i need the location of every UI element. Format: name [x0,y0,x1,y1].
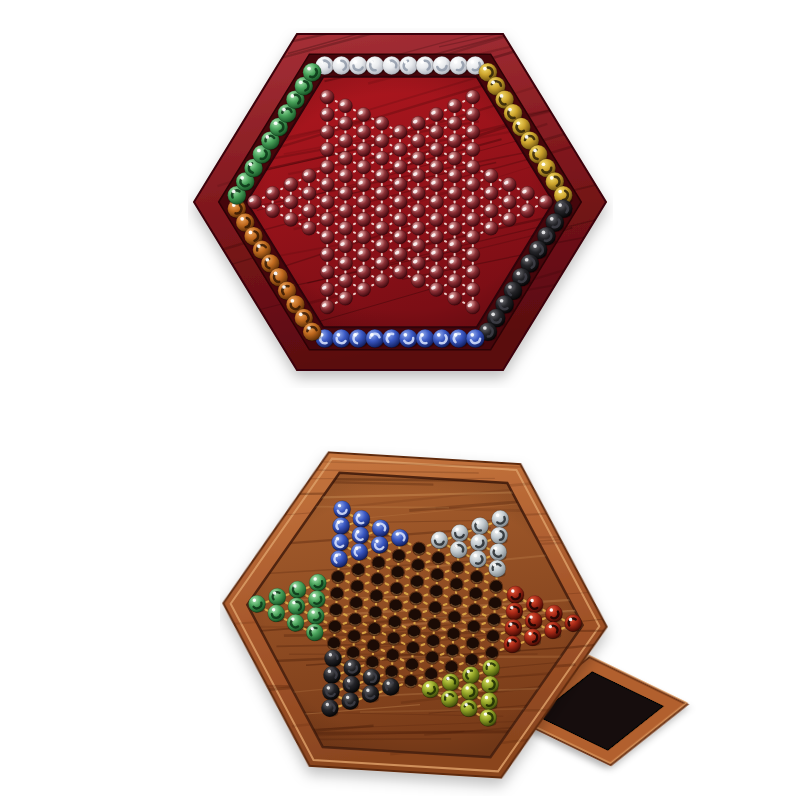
peg-hole-c8r3 [375,151,389,165]
peg-hole-c15r2 [502,195,516,209]
peg-hole-c12r4 [448,151,462,165]
hole-c9r7 [406,641,420,655]
hole-c6r7 [348,613,362,627]
peg-hole-c4r1 [302,169,316,183]
peg-hole-c6r1 [338,99,352,113]
peg-hole-c8r8 [375,239,389,253]
peg-hole-c7r10 [357,265,371,279]
peg-hole-c5r11 [320,265,334,279]
hole-c9r9 [404,674,418,688]
peg-hole-c12r6 [448,186,462,200]
peg-hole-c14r2 [484,186,498,200]
peg-hole-c5r10 [320,248,334,262]
hole-c10r8 [425,651,439,665]
peg-hole-c9r8 [393,248,407,262]
hole-c9r4 [409,591,423,605]
peg-hole-c8r5 [375,186,389,200]
peg-hole-c13r5 [466,160,480,174]
hole-c8r9 [385,665,399,679]
peg-hole-c12r10 [448,256,462,270]
peg-hole-c9r2 [393,143,407,157]
peg-hole-c13r10 [466,248,480,262]
peg-hole-c6r7 [338,204,352,218]
hole-c5r9 [327,636,341,650]
peg-hole-c7r1 [357,108,371,122]
marble-white [366,56,384,74]
marble-white [449,56,467,74]
hole-c9r8 [405,658,419,672]
hole-c11r9 [444,660,458,674]
peg-hole-c3r2 [284,195,298,209]
peg-hole-c11r9 [429,248,443,262]
peg-hole-c5r7 [320,195,334,209]
peg-hole-c11r3 [429,143,443,157]
peg-hole-c6r5 [338,169,352,183]
peg-hole-c11r7 [429,213,443,227]
hole-c10r3 [430,568,444,582]
peg-hole-c16r1 [520,186,534,200]
marble-blue [366,329,384,347]
peg-hole-c6r8 [338,221,352,235]
peg-hole-c5r2 [320,108,334,122]
peg-hole-c7r6 [357,195,371,209]
peg-hole-c4r4 [302,221,316,235]
peg-hole-c6r4 [338,151,352,165]
peg-hole-c5r5 [320,160,334,174]
peg-hole-c6r2 [338,116,352,130]
peg-hole-c6r9 [338,239,352,253]
peg-hole-c13r3 [466,125,480,139]
hole-c5r6 [330,587,344,601]
peg-hole-c5r13 [320,300,334,314]
peg-hole-c8r9 [375,256,389,270]
hole-c13r7 [487,613,501,627]
peg-hole-c10r1 [411,116,425,130]
peg-hole-c11r1 [429,108,443,122]
peg-hole-c9r6 [393,213,407,227]
peg-hole-c12r2 [448,116,462,130]
hole-c11r4 [450,577,464,591]
peg-hole-c4r2 [302,186,316,200]
peg-hole-c8r2 [375,134,389,148]
marble-blue [399,329,417,347]
peg-hole-c7r5 [357,178,371,192]
peg-hole-c9r5 [393,195,407,209]
hole-c6r4 [351,563,365,577]
hole-c11r3 [451,561,465,575]
peg-hole-c5r12 [320,283,334,297]
peg-hole-c9r9 [393,265,407,279]
hole-c12r5 [469,587,483,601]
marble-white [349,56,367,74]
hole-c12r6 [468,603,482,617]
marble-orange [303,323,321,341]
marble-blue [433,329,451,347]
peg-hole-c13r12 [466,283,480,297]
peg-hole-c13r13 [466,300,480,314]
peg-hole-c12r1 [448,99,462,113]
hole-c9r5 [408,608,422,622]
peg-hole-c11r5 [429,178,443,192]
peg-hole-c13r9 [466,230,480,244]
peg-hole-c6r11 [338,274,352,288]
hole-c9r2 [411,558,425,572]
hole-c13r5 [489,580,503,594]
peg-hole-c11r10 [429,265,443,279]
marble-blue [416,329,434,347]
peg-hole-c5r1 [320,90,334,104]
peg-hole-c2r2 [266,204,280,218]
peg-hole-c8r7 [375,221,389,235]
hole-c10r6 [427,618,441,632]
peg-hole-c12r12 [448,291,462,305]
marble-white [399,56,417,74]
marble-blue [382,329,400,347]
peg-hole-c12r5 [448,169,462,183]
peg-hole-c14r4 [484,221,498,235]
peg-hole-c9r3 [393,160,407,174]
peg-hole-c13r1 [466,90,480,104]
hole-c5r8 [328,620,342,634]
peg-hole-c14r3 [484,204,498,218]
peg-hole-c10r4 [411,169,425,183]
hole-c12r9 [465,653,479,667]
peg-hole-c6r12 [338,291,352,305]
hole-c13r6 [488,596,502,610]
peg-hole-c10r2 [411,134,425,148]
hole-c10r5 [428,601,442,615]
marble-white [416,56,434,74]
peg-hole-c13r7 [466,195,480,209]
peg-hole-c10r10 [411,274,425,288]
hole-c8r8 [386,648,400,662]
peg-hole-c16r2 [520,204,534,218]
hole-c12r8 [466,636,480,650]
hole-c10r4 [429,584,443,598]
marble-blue [466,329,484,347]
hole-c6r8 [347,629,361,643]
hole-c5r7 [329,603,343,617]
peg-hole-c13r2 [466,108,480,122]
hole-c6r5 [350,580,364,594]
peg-hole-c5r9 [320,230,334,244]
peg-hole-c1r1 [247,195,261,209]
peg-hole-c7r2 [357,125,371,139]
hole-c5r5 [331,570,345,584]
peg-hole-c10r5 [411,186,425,200]
hole-c11r6 [448,610,462,624]
hole-c7r7 [367,622,381,636]
peg-hole-c7r11 [357,283,371,297]
hole-c7r9 [365,655,379,669]
hole-c12r7 [467,620,481,634]
peg-hole-c15r1 [502,178,516,192]
peg-hole-c10r3 [411,151,425,165]
hole-c8r3 [391,565,405,579]
peg-hole-c8r1 [375,116,389,130]
hole-c7r8 [366,639,380,653]
peg-hole-c9r1 [393,125,407,139]
peg-hole-c12r9 [448,239,462,253]
board-bottom-rosewood [220,446,700,796]
peg-hole-c5r4 [320,143,334,157]
peg-hole-c4r3 [302,204,316,218]
hole-c12r4 [470,570,484,584]
peg-hole-c10r9 [411,256,425,270]
marble-blue [349,329,367,347]
peg-hole-c3r1 [284,178,298,192]
peg-hole-c12r8 [448,221,462,235]
hole-c8r4 [390,582,404,596]
hole-c6r9 [346,646,360,660]
marble-white [433,56,451,74]
hole-c7r4 [371,572,385,586]
marble-white [332,56,350,74]
peg-hole-c11r8 [429,230,443,244]
peg-hole-c2r1 [266,186,280,200]
peg-hole-c8r4 [375,169,389,183]
peg-hole-c10r6 [411,204,425,218]
peg-hole-c8r6 [375,204,389,218]
peg-hole-c11r11 [429,283,443,297]
hole-c7r5 [369,589,383,603]
hole-c10r9 [424,667,438,681]
peg-hole-c15r3 [502,213,516,227]
hole-c9r6 [407,625,421,639]
hole-c6r6 [349,596,363,610]
peg-hole-c13r6 [466,178,480,192]
peg-hole-c12r11 [448,274,462,288]
hole-c10r7 [426,634,440,648]
hole-c7r3 [372,556,386,570]
peg-hole-c3r3 [284,213,298,227]
marble-blue [449,329,467,347]
hole-c10r2 [431,551,445,565]
peg-hole-c6r10 [338,256,352,270]
hole-c13r9 [485,646,499,660]
peg-hole-c5r3 [320,125,334,139]
peg-hole-c11r4 [429,160,443,174]
hole-c13r8 [486,629,500,643]
peg-hole-c6r3 [338,134,352,148]
peg-hole-c9r4 [393,178,407,192]
peg-hole-c10r7 [411,221,425,235]
peg-hole-c7r4 [357,160,371,174]
peg-hole-c17r1 [539,195,553,209]
peg-hole-c5r6 [320,178,334,192]
peg-hole-c13r8 [466,213,480,227]
board-top [188,28,613,370]
hole-c11r5 [449,594,463,608]
peg-hole-c8r10 [375,274,389,288]
peg-hole-c13r4 [466,143,480,157]
peg-hole-c12r7 [448,204,462,218]
marble-blue [332,329,350,347]
peg-hole-c12r3 [448,134,462,148]
peg-hole-c7r3 [357,143,371,157]
peg-hole-c6r6 [338,186,352,200]
peg-hole-c14r1 [484,169,498,183]
marble-green [303,63,321,81]
hole-c8r7 [387,632,401,646]
hole-c11r7 [447,627,461,641]
peg-hole-c7r7 [357,213,371,227]
hole-c9r1 [412,542,426,556]
hole-c9r3 [410,575,424,589]
hole-c11r8 [446,644,460,658]
board-top-crimson [188,28,613,388]
peg-hole-c11r6 [429,195,443,209]
marble-white [382,56,400,74]
peg-hole-c7r9 [357,248,371,262]
peg-hole-c10r8 [411,239,425,253]
hole-c7r6 [368,606,382,620]
hole-c8r6 [388,615,402,629]
hole-c8r5 [389,599,403,613]
product-photo-canvas: { "game": "chinese-checkers", "scene": "… [0,0,800,800]
peg-hole-c9r7 [393,230,407,244]
peg-hole-c7r8 [357,230,371,244]
peg-hole-c13r11 [466,265,480,279]
peg-hole-c11r2 [429,125,443,139]
hole-c8r2 [392,549,406,563]
peg-hole-c5r8 [320,213,334,227]
